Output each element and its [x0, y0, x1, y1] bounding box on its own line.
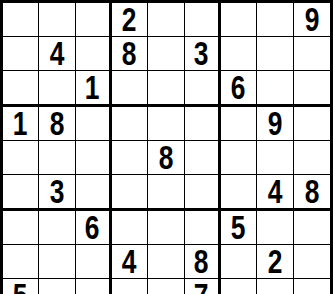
given-digit: 1 — [85, 71, 100, 104]
given-digit: 8 — [159, 141, 174, 174]
cell-r5c2[interactable] — [39, 141, 75, 175]
cell-r1c3[interactable] — [76, 3, 112, 37]
cell-r9c6[interactable]: 7 — [185, 279, 221, 294]
cell-r8c6[interactable]: 8 — [185, 245, 221, 279]
cell-r3c1[interactable] — [3, 71, 39, 107]
cell-r6c8[interactable]: 4 — [257, 175, 293, 211]
cell-r1c9[interactable]: 9 — [294, 3, 330, 37]
cell-r4c1[interactable]: 1 — [3, 107, 39, 141]
cell-r1c1[interactable] — [3, 3, 39, 37]
given-digit: 2 — [268, 245, 283, 278]
given-digit: 8 — [122, 37, 137, 70]
cell-r6c5[interactable] — [148, 175, 184, 211]
cell-r2c8[interactable] — [257, 37, 293, 71]
cell-r7c9[interactable] — [294, 211, 330, 245]
cell-r7c6[interactable] — [185, 211, 221, 245]
cell-r8c8[interactable]: 2 — [257, 245, 293, 279]
cell-r4c6[interactable] — [185, 107, 221, 141]
given-digit: 5 — [13, 279, 28, 294]
cell-r3c5[interactable] — [148, 71, 184, 107]
given-digit: 8 — [304, 175, 319, 208]
cell-r8c7[interactable] — [221, 245, 257, 279]
cell-r8c3[interactable] — [76, 245, 112, 279]
cell-r2c1[interactable] — [3, 37, 39, 71]
cell-r5c1[interactable] — [3, 141, 39, 175]
cell-r9c2[interactable] — [39, 279, 75, 294]
given-digit: 4 — [122, 245, 137, 278]
cell-r1c2[interactable] — [39, 3, 75, 37]
given-digit: 1 — [13, 107, 28, 140]
given-digit: 6 — [231, 71, 246, 104]
given-digit: 5 — [231, 211, 246, 244]
cell-r9c3[interactable] — [76, 279, 112, 294]
cell-r9c5[interactable] — [148, 279, 184, 294]
cell-r4c8[interactable]: 9 — [257, 107, 293, 141]
given-digit: 3 — [194, 37, 209, 70]
given-digit: 8 — [50, 107, 65, 140]
cell-r5c6[interactable] — [185, 141, 221, 175]
cell-r6c9[interactable]: 8 — [294, 175, 330, 211]
cell-r9c4[interactable] — [112, 279, 148, 294]
cell-r4c3[interactable] — [76, 107, 112, 141]
cell-r6c3[interactable] — [76, 175, 112, 211]
cell-r4c5[interactable] — [148, 107, 184, 141]
cell-r4c7[interactable] — [221, 107, 257, 141]
cell-r5c8[interactable] — [257, 141, 293, 175]
cell-r3c7[interactable]: 6 — [221, 71, 257, 107]
cell-r2c7[interactable] — [221, 37, 257, 71]
cell-r2c2[interactable]: 4 — [39, 37, 75, 71]
cell-r5c5[interactable]: 8 — [148, 141, 184, 175]
given-digit: 9 — [268, 107, 283, 140]
given-digit: 4 — [50, 37, 65, 70]
cell-r3c3[interactable]: 1 — [76, 71, 112, 107]
cell-r1c7[interactable] — [221, 3, 257, 37]
cell-r2c3[interactable] — [76, 37, 112, 71]
cell-r1c6[interactable] — [185, 3, 221, 37]
cell-r9c1[interactable]: 5 — [3, 279, 39, 294]
cell-r7c8[interactable] — [257, 211, 293, 245]
cell-r7c3[interactable]: 6 — [76, 211, 112, 245]
cell-r8c2[interactable] — [39, 245, 75, 279]
cell-r9c7[interactable] — [221, 279, 257, 294]
cell-r5c3[interactable] — [76, 141, 112, 175]
cell-r6c2[interactable]: 3 — [39, 175, 75, 211]
cell-r5c7[interactable] — [221, 141, 257, 175]
given-digit: 7 — [194, 279, 209, 294]
sudoku-board: 294831618983486548257 — [0, 0, 333, 294]
cell-r6c1[interactable] — [3, 175, 39, 211]
cell-r2c6[interactable]: 3 — [185, 37, 221, 71]
given-digit: 8 — [194, 245, 209, 278]
cell-r3c4[interactable] — [112, 71, 148, 107]
cell-r9c9[interactable] — [294, 279, 330, 294]
given-digit: 9 — [304, 3, 319, 36]
given-digit: 4 — [268, 175, 283, 208]
cell-r3c2[interactable] — [39, 71, 75, 107]
cell-r2c4[interactable]: 8 — [112, 37, 148, 71]
cell-r4c4[interactable] — [112, 107, 148, 141]
cell-r6c6[interactable] — [185, 175, 221, 211]
cell-r3c8[interactable] — [257, 71, 293, 107]
cell-r3c9[interactable] — [294, 71, 330, 107]
cell-r7c2[interactable] — [39, 211, 75, 245]
cell-r2c9[interactable] — [294, 37, 330, 71]
given-digit: 3 — [50, 175, 65, 208]
cell-r7c5[interactable] — [148, 211, 184, 245]
cell-r4c9[interactable] — [294, 107, 330, 141]
cell-r6c4[interactable] — [112, 175, 148, 211]
cell-r8c9[interactable] — [294, 245, 330, 279]
given-digit: 2 — [122, 3, 137, 36]
cell-r3c6[interactable] — [185, 71, 221, 107]
cell-r1c8[interactable] — [257, 3, 293, 37]
cell-r7c7[interactable]: 5 — [221, 211, 257, 245]
cell-r9c8[interactable] — [257, 279, 293, 294]
cell-r5c9[interactable] — [294, 141, 330, 175]
cell-r5c4[interactable] — [112, 141, 148, 175]
cell-r2c5[interactable] — [148, 37, 184, 71]
cell-r8c1[interactable] — [3, 245, 39, 279]
cell-r1c5[interactable] — [148, 3, 184, 37]
cell-r7c1[interactable] — [3, 211, 39, 245]
cell-r6c7[interactable] — [221, 175, 257, 211]
cell-r8c4[interactable]: 4 — [112, 245, 148, 279]
given-digit: 6 — [85, 211, 100, 244]
cell-r8c5[interactable] — [148, 245, 184, 279]
cell-r4c2[interactable]: 8 — [39, 107, 75, 141]
cell-r7c4[interactable] — [112, 211, 148, 245]
cell-r1c4[interactable]: 2 — [112, 3, 148, 37]
